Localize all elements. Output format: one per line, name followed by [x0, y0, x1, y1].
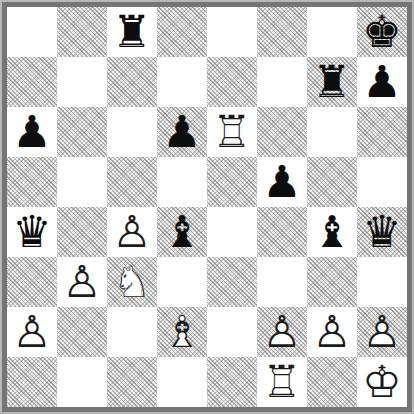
black-rook-icon: ♜ [107, 7, 157, 57]
square-g6[interactable] [307, 107, 357, 157]
square-e8[interactable] [207, 7, 257, 57]
square-c7[interactable] [107, 57, 157, 107]
square-e4[interactable] [207, 207, 257, 257]
square-a7[interactable] [7, 57, 57, 107]
square-c2[interactable] [107, 307, 157, 357]
square-e2[interactable] [207, 307, 257, 357]
white-bishop-icon: ♝♗ [157, 307, 207, 357]
white-rook-icon: ♜♖ [207, 107, 257, 157]
square-e6[interactable]: ♜♖ [207, 107, 257, 157]
square-c8[interactable]: ♜ [107, 7, 157, 57]
square-a5[interactable] [7, 157, 57, 207]
black-bishop-icon: ♝ [307, 207, 357, 257]
square-e7[interactable] [207, 57, 257, 107]
square-b6[interactable] [57, 107, 107, 157]
chess-board: ♜♚♜♟♟♟♜♖♟♛♟♙♝♝♛♟♙♞♘♟♙♝♗♟♙♟♙♟♙♜♖♚♔ [7, 7, 407, 407]
square-h1[interactable]: ♚♔ [357, 357, 407, 407]
black-pawn-icon: ♟ [7, 107, 57, 157]
square-a1[interactable] [7, 357, 57, 407]
square-a3[interactable] [7, 257, 57, 307]
board-frame: ♜♚♜♟♟♟♜♖♟♛♟♙♝♝♛♟♙♞♘♟♙♝♗♟♙♟♙♟♙♜♖♚♔ [0, 0, 414, 414]
square-h7[interactable]: ♟ [357, 57, 407, 107]
square-b5[interactable] [57, 157, 107, 207]
square-g4[interactable]: ♝ [307, 207, 357, 257]
square-f2[interactable]: ♟♙ [257, 307, 307, 357]
square-b7[interactable] [57, 57, 107, 107]
square-f4[interactable] [257, 207, 307, 257]
square-b2[interactable] [57, 307, 107, 357]
square-h3[interactable] [357, 257, 407, 307]
square-g7[interactable]: ♜ [307, 57, 357, 107]
square-c3[interactable]: ♞♘ [107, 257, 157, 307]
square-g8[interactable] [307, 7, 357, 57]
black-pawn-icon: ♟ [257, 157, 307, 207]
square-d4[interactable]: ♝ [157, 207, 207, 257]
white-pawn-icon: ♟♙ [307, 307, 357, 357]
square-g2[interactable]: ♟♙ [307, 307, 357, 357]
square-b4[interactable] [57, 207, 107, 257]
black-pawn-icon: ♟ [157, 107, 207, 157]
square-c6[interactable] [107, 107, 157, 157]
square-b8[interactable] [57, 7, 107, 57]
square-h6[interactable] [357, 107, 407, 157]
white-rook-icon: ♜♖ [257, 357, 307, 407]
square-h2[interactable]: ♟♙ [357, 307, 407, 357]
square-d1[interactable] [157, 357, 207, 407]
black-king-icon: ♚ [357, 7, 407, 57]
square-f6[interactable] [257, 107, 307, 157]
square-h4[interactable]: ♛ [357, 207, 407, 257]
square-f8[interactable] [257, 7, 307, 57]
square-a2[interactable]: ♟♙ [7, 307, 57, 357]
square-d7[interactable] [157, 57, 207, 107]
black-pawn-icon: ♟ [357, 57, 407, 107]
square-h5[interactable] [357, 157, 407, 207]
black-queen-icon: ♛ [357, 207, 407, 257]
black-queen-icon: ♛ [7, 207, 57, 257]
square-a8[interactable] [7, 7, 57, 57]
white-pawn-icon: ♟♙ [357, 307, 407, 357]
square-f7[interactable] [257, 57, 307, 107]
square-d2[interactable]: ♝♗ [157, 307, 207, 357]
square-c1[interactable] [107, 357, 157, 407]
square-a6[interactable]: ♟ [7, 107, 57, 157]
square-f5[interactable]: ♟ [257, 157, 307, 207]
white-king-icon: ♚♔ [357, 357, 407, 407]
square-d8[interactable] [157, 7, 207, 57]
square-g5[interactable] [307, 157, 357, 207]
square-f3[interactable] [257, 257, 307, 307]
black-rook-icon: ♜ [307, 57, 357, 107]
square-e5[interactable] [207, 157, 257, 207]
white-pawn-icon: ♟♙ [57, 257, 107, 307]
square-e1[interactable] [207, 357, 257, 407]
square-b3[interactable]: ♟♙ [57, 257, 107, 307]
square-d5[interactable] [157, 157, 207, 207]
square-d6[interactable]: ♟ [157, 107, 207, 157]
square-g1[interactable] [307, 357, 357, 407]
white-pawn-icon: ♟♙ [107, 207, 157, 257]
white-pawn-icon: ♟♙ [257, 307, 307, 357]
square-c4[interactable]: ♟♙ [107, 207, 157, 257]
square-f1[interactable]: ♜♖ [257, 357, 307, 407]
white-knight-icon: ♞♘ [107, 257, 157, 307]
square-b1[interactable] [57, 357, 107, 407]
square-g3[interactable] [307, 257, 357, 307]
square-c5[interactable] [107, 157, 157, 207]
square-h8[interactable]: ♚ [357, 7, 407, 57]
white-pawn-icon: ♟♙ [7, 307, 57, 357]
black-bishop-icon: ♝ [157, 207, 207, 257]
square-a4[interactable]: ♛ [7, 207, 57, 257]
square-e3[interactable] [207, 257, 257, 307]
square-d3[interactable] [157, 257, 207, 307]
